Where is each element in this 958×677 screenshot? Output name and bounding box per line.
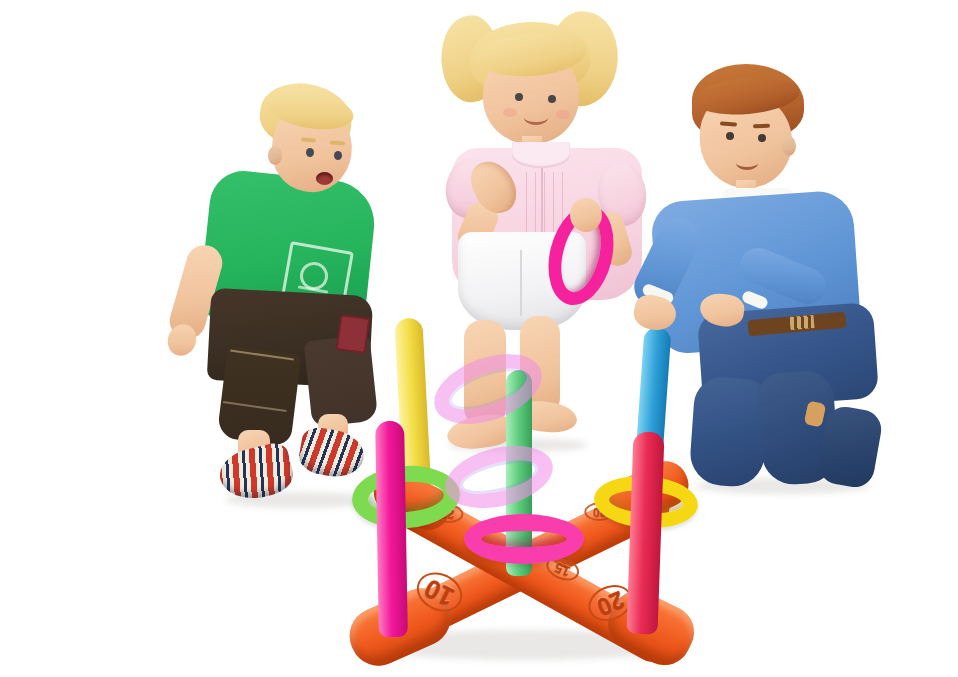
ring-toss-set: 10 20 15 20 20 (0, 0, 958, 677)
girl-left-hand-gripping-ring (570, 198, 602, 232)
ring-translucent-mid-air-upper (425, 341, 551, 438)
peg-magenta-front-left (375, 421, 408, 637)
ring-hotpink-on-green-peg (464, 514, 584, 564)
scene-ring-toss-photo: 10 20 15 20 20 (0, 0, 958, 677)
